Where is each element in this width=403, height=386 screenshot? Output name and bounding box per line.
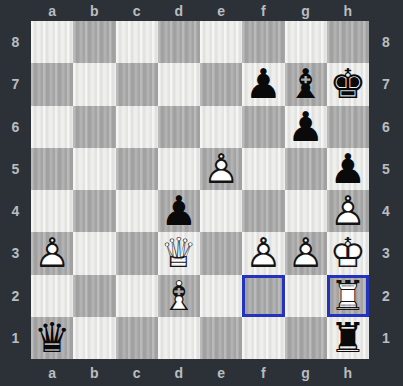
file-label-a: a — [31, 0, 73, 21]
square-g3[interactable]: ♟♙ — [285, 232, 327, 274]
square-d2[interactable]: ♝♗ — [158, 275, 200, 317]
piece-glyph-outline: ♙ — [245, 232, 282, 274]
piece-glyph: ♚ — [329, 63, 366, 105]
rank-labels-left: 87654321 — [0, 21, 31, 359]
square-a4[interactable] — [31, 190, 73, 232]
file-label-f: f — [242, 0, 284, 21]
square-d7[interactable] — [158, 63, 200, 105]
rank-label-1: 1 — [369, 317, 403, 359]
black-rook[interactable]: ♜ — [327, 317, 369, 359]
square-g5[interactable] — [285, 148, 327, 190]
piece-glyph-outline: ♙ — [287, 232, 324, 274]
square-f5[interactable] — [242, 148, 284, 190]
square-d6[interactable] — [158, 106, 200, 148]
square-g7[interactable]: ♝ — [285, 63, 327, 105]
piece-glyph-outline: ♗ — [160, 275, 197, 317]
square-h7[interactable]: ♚ — [327, 63, 369, 105]
square-e7[interactable] — [200, 63, 242, 105]
file-label-b: b — [73, 0, 115, 21]
white-king[interactable]: ♚♔ — [327, 232, 369, 274]
square-b2[interactable] — [73, 275, 115, 317]
square-h8[interactable] — [327, 21, 369, 63]
white-pawn[interactable]: ♟♙ — [242, 232, 284, 274]
square-h4[interactable]: ♟♙ — [327, 190, 369, 232]
piece-glyph-outline: ♙ — [329, 190, 366, 232]
square-b4[interactable] — [73, 190, 115, 232]
square-c6[interactable] — [116, 106, 158, 148]
square-g2[interactable] — [285, 275, 327, 317]
square-b7[interactable] — [73, 63, 115, 105]
rank-label-5: 5 — [0, 148, 31, 190]
black-bishop[interactable]: ♝ — [285, 63, 327, 105]
file-label-h: h — [327, 359, 369, 386]
black-pawn[interactable]: ♟ — [285, 106, 327, 148]
rank-labels-right: 87654321 — [369, 21, 403, 359]
square-b8[interactable] — [73, 21, 115, 63]
piece-glyph: ♛ — [34, 317, 71, 359]
square-f2[interactable] — [242, 275, 284, 317]
square-e1[interactable] — [200, 317, 242, 359]
piece-glyph: ♟ — [329, 148, 366, 190]
rank-label-8: 8 — [369, 21, 403, 63]
rank-label-2: 2 — [0, 275, 31, 317]
square-f6[interactable] — [242, 106, 284, 148]
square-g8[interactable] — [285, 21, 327, 63]
square-c7[interactable] — [116, 63, 158, 105]
square-f3[interactable]: ♟♙ — [242, 232, 284, 274]
file-label-d: d — [158, 359, 200, 386]
square-e4[interactable] — [200, 190, 242, 232]
file-labels-bottom: abcdefgh — [31, 359, 369, 386]
file-label-b: b — [73, 359, 115, 386]
piece-glyph: ♝ — [287, 63, 324, 105]
square-e3[interactable] — [200, 232, 242, 274]
white-bishop[interactable]: ♝♗ — [158, 275, 200, 317]
rank-label-6: 6 — [0, 106, 31, 148]
square-a1[interactable]: ♛ — [31, 317, 73, 359]
piece-glyph: ♟ — [287, 106, 324, 148]
square-a5[interactable] — [31, 148, 73, 190]
rank-label-4: 4 — [0, 190, 31, 232]
file-label-g: g — [285, 359, 327, 386]
chess-app: abcdefgh 87654321 ♟♝♚♟♟♙♟♟♟♙♟♙♛♕♟♙♟♙♚♔♝♗… — [0, 0, 403, 386]
square-c4[interactable] — [116, 190, 158, 232]
square-h6[interactable] — [327, 106, 369, 148]
square-a3[interactable]: ♟♙ — [31, 232, 73, 274]
black-pawn[interactable]: ♟ — [327, 148, 369, 190]
rank-label-8: 8 — [0, 21, 31, 63]
square-h5[interactable]: ♟ — [327, 148, 369, 190]
rank-label-6: 6 — [369, 106, 403, 148]
file-label-d: d — [158, 0, 200, 21]
piece-glyph-outline: ♙ — [34, 232, 71, 274]
file-label-e: e — [200, 0, 242, 21]
piece-glyph-outline: ♔ — [329, 232, 366, 274]
file-label-a: a — [31, 359, 73, 386]
square-a6[interactable] — [31, 106, 73, 148]
rank-label-2: 2 — [369, 275, 403, 317]
black-pawn[interactable]: ♟ — [158, 190, 200, 232]
piece-glyph-outline: ♖ — [329, 275, 366, 317]
rank-label-5: 5 — [369, 148, 403, 190]
square-c1[interactable] — [116, 317, 158, 359]
square-a7[interactable] — [31, 63, 73, 105]
square-d8[interactable] — [158, 21, 200, 63]
rank-label-3: 3 — [0, 232, 31, 274]
square-d1[interactable] — [158, 317, 200, 359]
white-pawn[interactable]: ♟♙ — [327, 190, 369, 232]
square-g1[interactable] — [285, 317, 327, 359]
square-c3[interactable] — [116, 232, 158, 274]
square-f1[interactable] — [242, 317, 284, 359]
square-h2[interactable]: ♜♖ — [327, 275, 369, 317]
square-b5[interactable] — [73, 148, 115, 190]
white-queen[interactable]: ♛♕ — [158, 232, 200, 274]
chess-board: ♟♝♚♟♟♙♟♟♟♙♟♙♛♕♟♙♟♙♚♔♝♗♜♖♛♜ — [31, 21, 369, 359]
square-b3[interactable] — [73, 232, 115, 274]
piece-glyph: ♜ — [329, 317, 366, 359]
file-labels-top: abcdefgh — [31, 0, 369, 21]
square-d5[interactable] — [158, 148, 200, 190]
file-label-c: c — [116, 359, 158, 386]
piece-glyph: ♟ — [245, 63, 282, 105]
rank-label-3: 3 — [369, 232, 403, 274]
white-pawn[interactable]: ♟♙ — [31, 232, 73, 274]
black-king[interactable]: ♚ — [327, 63, 369, 105]
square-e6[interactable] — [200, 106, 242, 148]
square-c8[interactable] — [116, 21, 158, 63]
file-label-g: g — [285, 0, 327, 21]
square-d4[interactable]: ♟ — [158, 190, 200, 232]
file-label-e: e — [200, 359, 242, 386]
square-h3[interactable]: ♚♔ — [327, 232, 369, 274]
square-b6[interactable] — [73, 106, 115, 148]
square-f4[interactable] — [242, 190, 284, 232]
square-g6[interactable]: ♟ — [285, 106, 327, 148]
white-rook[interactable]: ♜♖ — [327, 275, 369, 317]
square-e8[interactable] — [200, 21, 242, 63]
square-d3[interactable]: ♛♕ — [158, 232, 200, 274]
rank-label-1: 1 — [0, 317, 31, 359]
square-e5[interactable]: ♟♙ — [200, 148, 242, 190]
piece-glyph-outline: ♕ — [160, 232, 197, 274]
square-b1[interactable] — [73, 317, 115, 359]
square-g4[interactable] — [285, 190, 327, 232]
file-label-h: h — [327, 0, 369, 21]
square-e2[interactable] — [200, 275, 242, 317]
piece-glyph-outline: ♙ — [203, 148, 240, 190]
file-label-c: c — [116, 0, 158, 21]
square-a8[interactable] — [31, 21, 73, 63]
square-f8[interactable] — [242, 21, 284, 63]
black-queen[interactable]: ♛ — [31, 317, 73, 359]
white-pawn[interactable]: ♟♙ — [200, 148, 242, 190]
file-label-f: f — [242, 359, 284, 386]
piece-glyph: ♟ — [160, 190, 197, 232]
square-c5[interactable] — [116, 148, 158, 190]
square-c2[interactable] — [116, 275, 158, 317]
square-a2[interactable] — [31, 275, 73, 317]
white-pawn[interactable]: ♟♙ — [285, 232, 327, 274]
rank-label-7: 7 — [0, 63, 31, 105]
square-f7[interactable]: ♟ — [242, 63, 284, 105]
rank-label-7: 7 — [369, 63, 403, 105]
black-pawn[interactable]: ♟ — [242, 63, 284, 105]
square-h1[interactable]: ♜ — [327, 317, 369, 359]
rank-label-4: 4 — [369, 190, 403, 232]
